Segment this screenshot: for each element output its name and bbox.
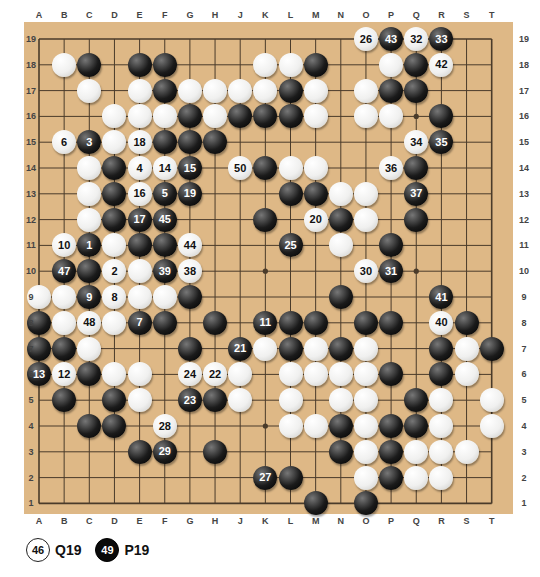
move-number: 19 [184, 188, 196, 199]
row-label-left-2: 2 [28, 473, 33, 483]
black-stone-G13-move-19: 19 [178, 182, 202, 206]
col-label-bottom-G: G [186, 516, 193, 526]
row-label-right-8: 8 [521, 318, 526, 328]
white-stone-C8-move-48: 48 [77, 311, 101, 335]
white-stone-E17 [128, 79, 152, 103]
black-stone-P2 [379, 466, 403, 490]
col-label-top-J: J [238, 10, 243, 20]
white-stone-F14-move-14: 14 [153, 156, 177, 180]
row-label-right-17: 17 [519, 86, 529, 96]
white-stone-B8 [52, 311, 76, 335]
move-number: 11 [260, 317, 272, 328]
white-stone-P14-move-36: 36 [379, 156, 403, 180]
col-label-bottom-R: R [438, 516, 445, 526]
move-number: 38 [184, 266, 196, 277]
row-label-left-14: 14 [26, 163, 36, 173]
white-stone-M14 [304, 156, 328, 180]
move-number: 41 [435, 292, 447, 303]
col-label-top-D: D [111, 10, 118, 20]
row-label-right-11: 11 [519, 240, 529, 250]
row-label-left-16: 16 [26, 111, 36, 121]
move-number: 1 [86, 240, 92, 251]
move-number: 36 [385, 163, 397, 174]
black-stone-E8-move-7: 7 [128, 311, 152, 335]
white-stone-F9 [153, 285, 177, 309]
black-stone-T7 [480, 337, 504, 361]
row-label-left-9: 9 [28, 292, 33, 302]
black-stone-H3 [203, 440, 227, 464]
col-label-bottom-A: A [36, 516, 43, 526]
move-number: 7 [137, 317, 143, 328]
white-stone-K7 [253, 337, 277, 361]
col-label-top-S: S [464, 10, 470, 20]
col-label-bottom-S: S [464, 516, 470, 526]
col-label-top-M: M [312, 10, 320, 20]
white-stone-E5 [128, 388, 152, 412]
white-stone-O3 [354, 440, 378, 464]
move-number: 20 [310, 214, 322, 225]
col-label-top-L: L [288, 10, 294, 20]
col-label-top-P: P [388, 10, 394, 20]
black-stone-N7 [329, 337, 353, 361]
white-stone-E16 [128, 104, 152, 128]
white-stone-O12 [354, 208, 378, 232]
white-stone-M17 [304, 79, 328, 103]
black-stone-J7-move-21: 21 [228, 337, 252, 361]
row-label-right-5: 5 [521, 395, 526, 405]
black-stone-N3 [329, 440, 353, 464]
black-stone-B7 [52, 337, 76, 361]
row-label-left-11: 11 [26, 240, 36, 250]
white-stone-Q2 [404, 466, 428, 490]
col-label-bottom-M: M [312, 516, 320, 526]
black-stone-L13 [279, 182, 303, 206]
black-stone-P17 [379, 79, 403, 103]
col-label-top-G: G [186, 10, 193, 20]
col-label-bottom-F: F [162, 516, 168, 526]
row-label-right-2: 2 [521, 473, 526, 483]
black-stone-F11 [153, 233, 177, 257]
col-label-bottom-K: K [262, 516, 269, 526]
black-stone-G7 [178, 337, 202, 361]
white-stone-E9 [128, 285, 152, 309]
black-stone-F10-move-39: 39 [153, 259, 177, 283]
col-label-bottom-Q: Q [413, 516, 420, 526]
white-stone-O13 [354, 182, 378, 206]
black-stone-D12 [102, 208, 126, 232]
white-stone-S6 [455, 362, 479, 386]
black-stone-Q12 [404, 208, 428, 232]
white-stone-M7 [304, 337, 328, 361]
white-stone-C17 [77, 79, 101, 103]
white-stone-G17 [178, 79, 202, 103]
row-label-right-3: 3 [521, 447, 526, 457]
move-number: 37 [410, 188, 422, 199]
white-stone-N13 [329, 182, 353, 206]
black-stone-P4 [379, 414, 403, 438]
row-label-right-4: 4 [521, 421, 526, 431]
col-label-top-Q: Q [413, 10, 420, 20]
black-stone-R7 [429, 337, 453, 361]
black-stone-N4 [329, 414, 353, 438]
black-stone-E18 [128, 53, 152, 77]
move-number: 26 [360, 34, 372, 45]
black-stone-F3-move-29: 29 [153, 440, 177, 464]
black-stone-K8-move-11: 11 [253, 311, 277, 335]
move-number: 21 [234, 343, 246, 354]
row-label-left-6: 6 [28, 369, 33, 379]
col-label-top-C: C [86, 10, 93, 20]
move-number: 14 [159, 163, 171, 174]
row-label-left-1: 1 [28, 498, 33, 508]
black-stone-F18 [153, 53, 177, 77]
black-stone-M13 [304, 182, 328, 206]
black-stone-L16 [279, 104, 303, 128]
row-label-right-14: 14 [519, 163, 529, 173]
move-number: 8 [111, 292, 117, 303]
go-board: 2643323342631834354141550361651937174520… [24, 22, 513, 514]
black-stone-L11-move-25: 25 [279, 233, 303, 257]
white-stone-R2 [429, 466, 453, 490]
black-stone-P3 [379, 440, 403, 464]
col-label-top-R: R [438, 10, 445, 20]
black-stone-N9 [329, 285, 353, 309]
star-point-K10 [263, 269, 268, 274]
black-stone-F13-move-5: 5 [153, 182, 177, 206]
row-label-left-18: 18 [26, 60, 36, 70]
white-stone-E6 [128, 362, 152, 386]
star-point-Q16 [414, 114, 419, 119]
white-stone-L14 [279, 156, 303, 180]
white-stone-T4 [480, 414, 504, 438]
white-stone-O17 [354, 79, 378, 103]
row-label-left-19: 19 [26, 34, 36, 44]
black-stone-G9 [178, 285, 202, 309]
move-number: 44 [184, 240, 196, 251]
move-number: 33 [435, 34, 447, 45]
move-number: 28 [159, 421, 171, 432]
white-stone-M16 [304, 104, 328, 128]
white-stone-E10 [128, 259, 152, 283]
black-stone-L2 [279, 466, 303, 490]
white-stone-G10-move-38: 38 [178, 259, 202, 283]
col-label-top-F: F [162, 10, 168, 20]
black-stone-L17 [279, 79, 303, 103]
move-number: 43 [385, 34, 397, 45]
white-stone-N5 [329, 388, 353, 412]
black-stone-M1 [304, 491, 328, 515]
black-stone-G15 [178, 130, 202, 154]
caption-coord-46: Q19 [55, 542, 81, 558]
move-number: 35 [435, 137, 447, 148]
move-number: 39 [159, 266, 171, 277]
move-number: 48 [83, 317, 95, 328]
move-number: 50 [234, 163, 246, 174]
row-label-left-8: 8 [28, 318, 33, 328]
row-label-right-6: 6 [521, 369, 526, 379]
black-stone-L8 [279, 311, 303, 335]
white-stone-K17 [253, 79, 277, 103]
col-label-top-T: T [489, 10, 495, 20]
black-stone-E12-move-17: 17 [128, 208, 152, 232]
move-number: 24 [184, 369, 196, 380]
move-number: 47 [58, 266, 70, 277]
white-stone-L6 [279, 362, 303, 386]
move-number: 30 [360, 266, 372, 277]
white-stone-E13-move-16: 16 [128, 182, 152, 206]
white-stone-S7 [455, 337, 479, 361]
caption-stone-49: 49 [95, 538, 119, 562]
white-stone-S3 [455, 440, 479, 464]
black-stone-F17 [153, 79, 177, 103]
white-stone-B18 [52, 53, 76, 77]
white-stone-C12 [77, 208, 101, 232]
black-stone-F15 [153, 130, 177, 154]
col-label-bottom-B: B [61, 516, 68, 526]
col-label-bottom-H: H [212, 516, 219, 526]
move-number: 31 [385, 266, 397, 277]
row-label-right-18: 18 [519, 60, 529, 70]
white-stone-O19-move-26: 26 [354, 27, 378, 51]
white-stone-T5 [480, 388, 504, 412]
white-stone-P18 [379, 53, 403, 77]
col-label-bottom-N: N [338, 516, 345, 526]
row-label-right-1: 1 [521, 498, 526, 508]
col-label-top-K: K [262, 10, 269, 20]
row-label-left-17: 17 [26, 86, 36, 96]
move-number: 27 [259, 472, 271, 483]
white-stone-C13 [77, 182, 101, 206]
white-stone-O5 [354, 388, 378, 412]
white-stone-B9 [52, 285, 76, 309]
move-number: 12 [58, 369, 70, 380]
white-stone-E15-move-18: 18 [128, 130, 152, 154]
move-number: 22 [209, 369, 221, 380]
col-label-bottom-L: L [288, 516, 294, 526]
black-stone-C18 [77, 53, 101, 77]
row-label-right-19: 19 [519, 34, 529, 44]
move-number: 5 [162, 188, 168, 199]
white-stone-O7 [354, 337, 378, 361]
move-number: 4 [137, 163, 143, 174]
black-stone-G14-move-15: 15 [178, 156, 202, 180]
black-stone-K12 [253, 208, 277, 232]
move-number: 32 [410, 34, 422, 45]
move-number: 17 [133, 214, 145, 225]
row-label-left-5: 5 [28, 395, 33, 405]
black-stone-P19-move-43: 43 [379, 27, 403, 51]
black-stone-E3 [128, 440, 152, 464]
col-label-top-E: E [137, 10, 143, 20]
col-label-bottom-E: E [137, 516, 143, 526]
row-label-left-7: 7 [28, 344, 33, 354]
black-stone-M8 [304, 311, 328, 335]
move-number: 16 [133, 188, 145, 199]
caption: 46 Q19 49 P19 [26, 537, 158, 563]
caption-coord-49: P19 [124, 542, 149, 558]
col-label-bottom-J: J [238, 516, 243, 526]
row-label-right-16: 16 [519, 111, 529, 121]
black-stone-E11 [128, 233, 152, 257]
black-stone-Q13-move-37: 37 [404, 182, 428, 206]
black-stone-S8 [455, 311, 479, 335]
white-stone-Q3 [404, 440, 428, 464]
black-stone-L7 [279, 337, 303, 361]
move-number: 18 [133, 137, 145, 148]
black-stone-G5-move-23: 23 [178, 388, 202, 412]
row-label-left-4: 4 [28, 421, 33, 431]
col-label-top-O: O [362, 10, 369, 20]
white-stone-C7 [77, 337, 101, 361]
white-stone-O4 [354, 414, 378, 438]
col-label-top-A: A [36, 10, 43, 20]
move-number: 40 [435, 317, 447, 328]
white-stone-H17 [203, 79, 227, 103]
star-point-Q10 [414, 269, 419, 274]
white-stone-M12-move-20: 20 [304, 208, 328, 232]
white-stone-O2 [354, 466, 378, 490]
black-stone-Q18 [404, 53, 428, 77]
col-label-bottom-T: T [489, 516, 495, 526]
black-stone-N12 [329, 208, 353, 232]
col-label-bottom-C: C [86, 516, 93, 526]
white-stone-L4 [279, 414, 303, 438]
row-label-left-3: 3 [28, 447, 33, 457]
row-label-right-7: 7 [521, 344, 526, 354]
move-number: 13 [33, 369, 45, 380]
black-stone-F8 [153, 311, 177, 335]
black-stone-Q17 [404, 79, 428, 103]
white-stone-J14-move-50: 50 [228, 156, 252, 180]
col-label-bottom-D: D [111, 516, 118, 526]
white-stone-L5 [279, 388, 303, 412]
white-stone-M6 [304, 362, 328, 386]
row-label-left-12: 12 [26, 215, 36, 225]
col-label-top-N: N [338, 10, 345, 20]
row-label-left-13: 13 [26, 189, 36, 199]
col-label-top-H: H [212, 10, 219, 20]
move-number: 29 [159, 446, 171, 457]
row-label-right-13: 13 [519, 189, 529, 199]
black-stone-O8 [354, 311, 378, 335]
black-stone-K2-move-27: 27 [253, 466, 277, 490]
row-label-right-12: 12 [519, 215, 529, 225]
move-number: 6 [61, 137, 67, 148]
move-number: 10 [58, 240, 70, 251]
black-stone-F12-move-45: 45 [153, 208, 177, 232]
row-label-left-15: 15 [26, 137, 36, 147]
move-number: 9 [86, 292, 92, 303]
col-label-bottom-P: P [388, 516, 394, 526]
row-label-right-10: 10 [519, 266, 529, 276]
move-number: 2 [111, 266, 117, 277]
white-stone-F16 [153, 104, 177, 128]
star-point-K4 [263, 423, 268, 428]
black-stone-M18 [304, 53, 328, 77]
move-number: 15 [184, 163, 196, 174]
caption-stone-46: 46 [26, 538, 50, 562]
white-stone-O10-move-30: 30 [354, 259, 378, 283]
black-stone-H8 [203, 311, 227, 335]
white-stone-E14-move-4: 4 [128, 156, 152, 180]
move-number: 42 [435, 59, 447, 70]
move-number: 23 [184, 395, 196, 406]
row-label-left-10: 10 [26, 266, 36, 276]
move-number: 34 [410, 137, 422, 148]
move-number: 25 [284, 240, 296, 251]
white-stone-J17 [228, 79, 252, 103]
col-label-bottom-O: O [362, 516, 369, 526]
move-number: 3 [86, 137, 92, 148]
row-label-right-15: 15 [519, 137, 529, 147]
black-stone-P8 [379, 311, 403, 335]
white-stone-L18 [279, 53, 303, 77]
move-number: 45 [159, 214, 171, 225]
white-stone-F4-move-28: 28 [153, 414, 177, 438]
col-label-top-B: B [61, 10, 68, 20]
white-stone-M4 [304, 414, 328, 438]
row-label-right-9: 9 [521, 292, 526, 302]
white-stone-K18 [253, 53, 277, 77]
